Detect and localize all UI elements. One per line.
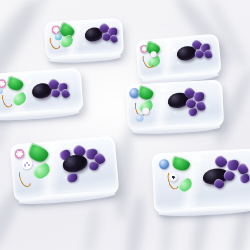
flower-pink-bead [14, 148, 25, 159]
amethyst-bead [223, 170, 235, 181]
product-photo [0, 0, 250, 250]
bubble-bead [76, 26, 81, 31]
amethyst-bead [51, 89, 60, 97]
fabric-fold-shadow [82, 205, 102, 250]
bubble-bead [50, 147, 57, 154]
amethyst-bead [65, 171, 79, 184]
round-blue-bead [159, 159, 170, 170]
wire-bead [17, 167, 34, 189]
resin-piece-1 [44, 18, 124, 60]
fabric-fold-shadow [123, 195, 148, 250]
pearl-bead [142, 107, 149, 114]
leaf-bead [171, 156, 191, 172]
bubble-bead [197, 158, 202, 163]
leaf-light-bead [31, 162, 52, 181]
leaf-bead [137, 85, 154, 101]
wire-bead [0, 91, 15, 109]
leaf-light-bead [11, 91, 28, 107]
amethyst-bead [89, 161, 99, 170]
resin-piece-6 [152, 148, 250, 213]
flower-pink-bead [0, 79, 7, 89]
accent-lightblue-bead [135, 114, 143, 122]
resin-piece-5 [10, 136, 120, 203]
amethyst-bead [109, 34, 120, 45]
resin-piece-3 [0, 68, 83, 119]
bubble-bead [160, 88, 165, 93]
resin-piece-4 [126, 80, 224, 132]
bubble-bead [172, 48, 176, 52]
leaf-bead [6, 76, 24, 92]
resin-piece-2 [135, 33, 221, 81]
bubble-bead [27, 79, 32, 84]
amethyst-bead [202, 48, 214, 60]
